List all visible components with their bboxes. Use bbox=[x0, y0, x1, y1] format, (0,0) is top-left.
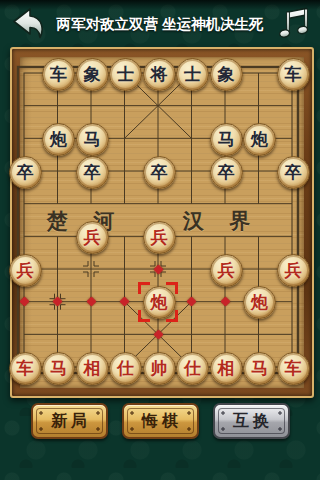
piece-red-1-10[interactable]: 车 bbox=[9, 352, 42, 385]
river-label-han-jie: 汉 界 bbox=[171, 206, 271, 236]
piece-red-1-7[interactable]: 兵 bbox=[9, 254, 42, 287]
piece-black-3-1[interactable]: 象 bbox=[76, 58, 109, 91]
piece-black-2-1[interactable]: 车 bbox=[42, 58, 75, 91]
piece-red-8-8[interactable]: 炮 bbox=[243, 286, 276, 319]
piece-red-6-10[interactable]: 仕 bbox=[176, 352, 209, 385]
piece-red-4-10[interactable]: 仕 bbox=[109, 352, 142, 385]
piece-red-5-8[interactable]: 炮 bbox=[143, 286, 176, 319]
piece-black-7-1[interactable]: 象 bbox=[210, 58, 243, 91]
piece-red-5-6[interactable]: 兵 bbox=[143, 221, 176, 254]
piece-black-4-1[interactable]: 士 bbox=[109, 58, 142, 91]
piece-black-3-3[interactable]: 马 bbox=[76, 123, 109, 156]
piece-black-9-1[interactable]: 车 bbox=[277, 58, 310, 91]
music-button[interactable] bbox=[276, 4, 314, 42]
piece-red-8-10[interactable]: 马 bbox=[243, 352, 276, 385]
page-title: 两军对敌立双营 坐运神机决生死 bbox=[44, 0, 276, 46]
new-game-button[interactable]: 新局 bbox=[31, 403, 108, 439]
header-bar: 两军对敌立双营 坐运神机决生死 bbox=[0, 0, 320, 46]
piece-black-5-1[interactable]: 将 bbox=[143, 58, 176, 91]
piece-black-2-3[interactable]: 炮 bbox=[42, 123, 75, 156]
piece-black-7-3[interactable]: 马 bbox=[210, 123, 243, 156]
swap-sides-label: 互换 bbox=[229, 411, 273, 432]
piece-black-6-1[interactable]: 士 bbox=[176, 58, 209, 91]
piece-red-3-10[interactable]: 相 bbox=[76, 352, 109, 385]
piece-black-8-3[interactable]: 炮 bbox=[243, 123, 276, 156]
piece-black-1-4[interactable]: 卒 bbox=[9, 156, 42, 189]
piece-red-5-10[interactable]: 帅 bbox=[143, 352, 176, 385]
undo-move-button[interactable]: 悔棋 bbox=[122, 403, 199, 439]
new-game-label: 新局 bbox=[47, 411, 91, 432]
action-button-row: 新局 悔棋 互换 bbox=[0, 403, 320, 439]
piece-red-2-10[interactable]: 马 bbox=[42, 352, 75, 385]
piece-red-3-6[interactable]: 兵 bbox=[76, 221, 109, 254]
undo-move-label: 悔棋 bbox=[138, 411, 182, 432]
piece-red-9-7[interactable]: 兵 bbox=[277, 254, 310, 287]
piece-black-5-4[interactable]: 卒 bbox=[143, 156, 176, 189]
swap-sides-button[interactable]: 互换 bbox=[213, 403, 290, 439]
piece-black-3-4[interactable]: 卒 bbox=[76, 156, 109, 189]
piece-red-9-10[interactable]: 车 bbox=[277, 352, 310, 385]
xiangqi-board[interactable]: 楚 河 汉 界 车象士将士象车炮马马炮卒卒卒卒卒兵兵兵兵兵炮炮车马相仕帅仕相马车 bbox=[10, 47, 314, 398]
piece-black-9-4[interactable]: 卒 bbox=[277, 156, 310, 189]
back-arrow-icon bbox=[6, 4, 44, 42]
piece-red-7-7[interactable]: 兵 bbox=[210, 254, 243, 287]
piece-black-7-4[interactable]: 卒 bbox=[210, 156, 243, 189]
music-note-icon bbox=[276, 4, 314, 42]
app-screen: 两军对敌立双营 坐运神机决生死 楚 河 汉 界 车象士将士象车炮马马炮卒卒卒卒卒… bbox=[0, 0, 320, 480]
back-button[interactable] bbox=[6, 4, 44, 42]
piece-red-7-10[interactable]: 相 bbox=[210, 352, 243, 385]
